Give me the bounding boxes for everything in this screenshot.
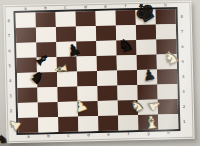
square-f1: [118, 115, 138, 130]
square-f5: [117, 55, 137, 70]
rank-label-left-4: 4: [9, 79, 12, 83]
square-e4: [97, 71, 117, 86]
square-h1: [158, 114, 178, 129]
file-label-top-f: f: [125, 4, 127, 8]
square-h4: [157, 69, 177, 84]
piece-white-bishop-g1: ♝: [143, 113, 160, 132]
rank-label-right-2: 2: [183, 104, 186, 108]
board-photo-scene: aabbccddeeffgghh8877665544332211 ♚♞♟♝♝♞♞…: [0, 0, 200, 146]
square-d4: [77, 71, 97, 86]
file-label-bottom-h: h: [167, 131, 170, 135]
file-label-top-d: d: [84, 5, 87, 9]
square-d8: [76, 11, 96, 26]
rank-label-right-6: 6: [181, 44, 184, 48]
file-label-top-b: b: [44, 6, 47, 10]
square-a3: [17, 88, 37, 103]
square-b3: [37, 87, 57, 102]
square-c8: [56, 12, 76, 27]
square-e3: [97, 86, 117, 101]
piece-black-pawn-g4: ♟: [142, 67, 157, 83]
square-a2: [18, 103, 38, 118]
square-b7: [36, 27, 56, 42]
square-e7: [96, 26, 116, 41]
square-b2: [38, 102, 58, 117]
rank-label-right-4: 4: [182, 74, 185, 78]
rank-label-right-1: 1: [183, 119, 186, 123]
square-a6: [16, 43, 36, 58]
square-a8: [16, 13, 36, 28]
file-label-top-a: a: [24, 6, 27, 10]
coordinate-marks: aabbccddeeffgghh8877665544332211: [3, 1, 191, 6]
rank-label-left-7: 7: [8, 34, 11, 38]
square-e6: [96, 41, 116, 56]
rank-label-right-3: 3: [182, 89, 185, 93]
vinyl-chess-mat: aabbccddeeffgghh8877665544332211 ♚♞♟♝♝♞♞…: [3, 1, 194, 144]
file-label-bottom-c: c: [67, 134, 69, 138]
rank-label-left-2: 2: [10, 109, 13, 113]
square-b8: [36, 12, 56, 27]
square-d7: [76, 26, 96, 41]
file-label-top-e: e: [104, 4, 107, 8]
square-c1: [58, 117, 78, 132]
square-d1: [78, 116, 98, 131]
file-label-bottom-b: b: [47, 134, 50, 138]
square-d5: [77, 56, 97, 71]
square-g6: [136, 40, 156, 55]
rank-label-right-8: 8: [180, 14, 183, 18]
file-label-top-h: h: [164, 3, 167, 7]
rank-label-left-6: 6: [8, 49, 11, 53]
square-b1: [38, 117, 58, 132]
file-label-bottom-f: f: [128, 132, 130, 136]
square-e8: [96, 11, 116, 26]
square-f4: [117, 70, 137, 85]
rank-label-left-8: 8: [7, 19, 10, 23]
square-a7: [16, 28, 36, 43]
square-e2: [98, 101, 118, 116]
square-e5: [97, 56, 117, 71]
square-h3: [157, 84, 177, 99]
square-h7: [156, 24, 176, 39]
file-label-bottom-e: e: [107, 133, 110, 137]
rank-label-right-7: 7: [181, 29, 184, 33]
rank-label-left-3: 3: [9, 94, 12, 98]
rank-label-left-5: 5: [8, 64, 11, 68]
file-label-top-c: c: [64, 5, 66, 9]
file-label-bottom-d: d: [87, 133, 90, 137]
square-e1: [98, 116, 118, 131]
file-label-bottom-a: a: [27, 135, 30, 139]
